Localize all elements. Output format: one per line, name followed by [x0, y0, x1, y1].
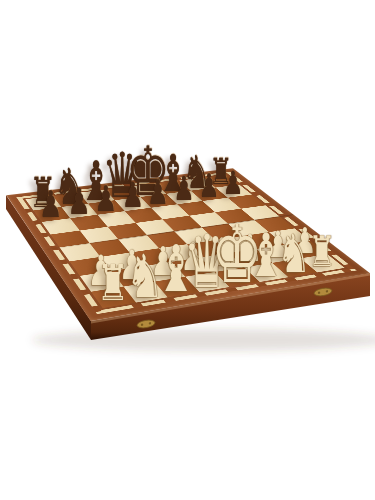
piece-black-pawn-e7[interactable]: ♟ — [147, 175, 169, 209]
piece-white-rook-h1[interactable]: ♜ — [308, 231, 335, 273]
piece-black-pawn-a7[interactable]: ♟ — [40, 187, 64, 224]
piece-black-pawn-g7[interactable]: ♟ — [198, 170, 219, 203]
piece-black-pawn-d7[interactable]: ♟ — [121, 178, 143, 213]
piece-black-pawn-c7[interactable]: ♟ — [95, 181, 118, 216]
piece-white-rook-a1[interactable]: ♜ — [97, 259, 129, 309]
piece-black-pawn-h7[interactable]: ♟ — [223, 167, 244, 199]
piece-black-pawn-f7[interactable]: ♟ — [173, 173, 194, 206]
piece-white-knight-g1[interactable]: ♞ — [277, 227, 311, 280]
chess-set-photo: ♜♞♝♛♚♝♞♜♟♟♟♟♟♟♟♟♟♟♟♟♟♟♟♟♜♞♝♛♚♝♞♜ — [0, 0, 375, 500]
ground-shadow — [32, 329, 375, 351]
piece-black-pawn-b7[interactable]: ♟ — [67, 184, 90, 220]
